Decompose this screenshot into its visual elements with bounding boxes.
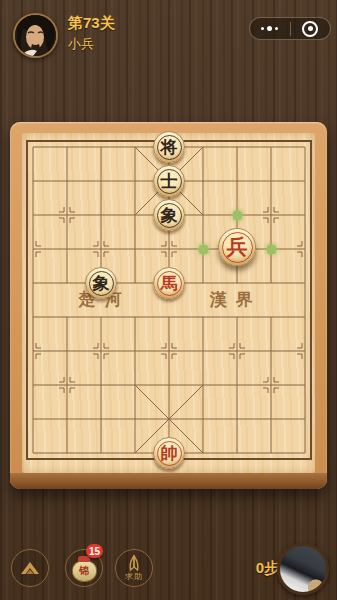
piece-black-象[interactable]: 象 (85, 267, 117, 299)
move-hint[interactable] (233, 211, 242, 220)
piece-red-兵[interactable]: 兵 (218, 228, 256, 266)
xiangqi-board[interactable]: 楚河 漢界 将士象兵象馬帥 (22, 133, 315, 473)
step-counter: 0步 (243, 559, 279, 578)
move-hint[interactable] (199, 245, 208, 254)
board-frame-front-edge (10, 473, 327, 489)
bag-character: 锦 (79, 564, 89, 578)
bag-count-badge: 15 (86, 544, 103, 558)
game-screen: 第73关 小兵 楚河 漢界 将士象兵象馬帥 锦 15 (0, 0, 337, 600)
ask-help-button[interactable]: 求助 (115, 549, 153, 587)
collapse-chevron-icon (15, 553, 45, 583)
level-title: 第73关 (68, 14, 115, 33)
collapse-menu-button[interactable] (11, 549, 49, 587)
river-label-right: 漢界 (186, 289, 276, 311)
piece-black-士[interactable]: 士 (153, 165, 185, 197)
piece-red-帥[interactable]: 帥 (153, 437, 185, 469)
opponent-avatar[interactable] (277, 543, 329, 595)
move-hint[interactable] (267, 245, 276, 254)
player-avatar[interactable] (13, 13, 58, 58)
more-options-button[interactable] (250, 18, 290, 39)
piece-black-将[interactable]: 将 (153, 131, 185, 163)
piece-red-馬[interactable]: 馬 (153, 267, 185, 299)
player-portrait-image (15, 15, 56, 56)
player-name: 小兵 (68, 35, 94, 53)
help-label: 求助 (125, 571, 143, 582)
xiangqi-board-frame: 楚河 漢界 将士象兵象馬帥 (10, 122, 327, 489)
exit-button[interactable] (291, 18, 331, 39)
exit-capsule-icon (302, 21, 318, 37)
brocade-bag-icon: 锦 (72, 560, 97, 582)
piece-black-象[interactable]: 象 (153, 199, 185, 231)
miniprogram-capsule (249, 17, 331, 40)
more-options-icon (261, 26, 278, 31)
